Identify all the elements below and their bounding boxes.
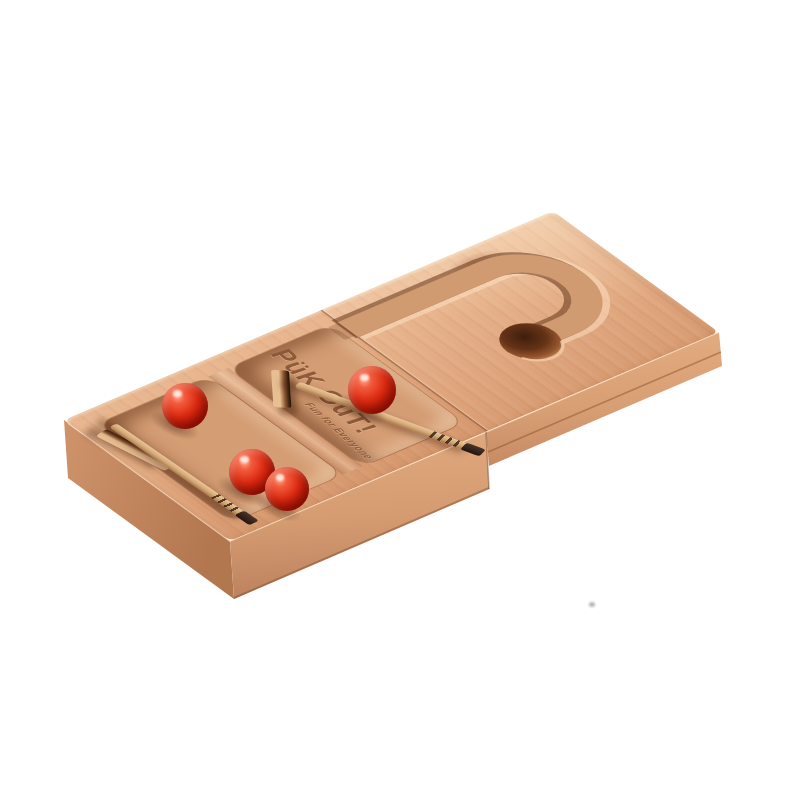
ball-1[interactable] <box>162 383 208 429</box>
club-blade <box>271 370 291 408</box>
dust-speck <box>589 602 595 607</box>
product-photo-scene: PüK OuT! Fun for Everyone <box>0 0 800 800</box>
ball-2[interactable] <box>348 366 396 414</box>
ball-4[interactable] <box>265 467 309 511</box>
